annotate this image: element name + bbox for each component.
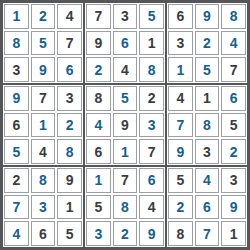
cell-r2c3[interactable]: 7 (57, 31, 82, 56)
box-9: 543269871 (167, 167, 247, 247)
cell-r3c9[interactable]: 7 (221, 57, 246, 82)
cell-r9c5[interactable]: 2 (113, 221, 138, 246)
cell-r4c7[interactable]: 4 (168, 86, 193, 111)
cell-r9c1[interactable]: 4 (4, 221, 29, 246)
cell-r2c9[interactable]: 4 (221, 31, 246, 56)
cell-r1c1[interactable]: 1 (4, 4, 29, 29)
cell-r7c9[interactable]: 3 (221, 168, 246, 193)
cell-r8c3[interactable]: 1 (57, 195, 82, 220)
cell-r7c1[interactable]: 2 (4, 168, 29, 193)
cell-r1c2[interactable]: 2 (31, 4, 56, 29)
cell-r2c6[interactable]: 1 (139, 31, 164, 56)
cell-r7c6[interactable]: 6 (139, 168, 164, 193)
cell-r5c6[interactable]: 3 (139, 113, 164, 138)
cell-r3c3[interactable]: 6 (57, 57, 82, 82)
cell-r1c4[interactable]: 7 (86, 4, 111, 29)
cell-r6c4[interactable]: 6 (86, 139, 111, 164)
cell-r8c1[interactable]: 7 (4, 195, 29, 220)
cell-r5c3[interactable]: 2 (57, 113, 82, 138)
cell-r3c8[interactable]: 5 (195, 57, 220, 82)
cell-r8c4[interactable]: 5 (86, 195, 111, 220)
cell-r3c2[interactable]: 9 (31, 57, 56, 82)
cell-r6c9[interactable]: 2 (221, 139, 246, 164)
cell-r8c8[interactable]: 6 (195, 195, 220, 220)
cell-r9c4[interactable]: 3 (86, 221, 111, 246)
cell-r2c4[interactable]: 9 (86, 31, 111, 56)
cell-r7c8[interactable]: 4 (195, 168, 220, 193)
cell-r2c8[interactable]: 2 (195, 31, 220, 56)
cell-r3c4[interactable]: 2 (86, 57, 111, 82)
box-7: 289731465 (3, 167, 83, 247)
cell-r4c2[interactable]: 7 (31, 86, 56, 111)
cell-r9c2[interactable]: 6 (31, 221, 56, 246)
cell-r5c9[interactable]: 5 (221, 113, 246, 138)
sudoku-board: 1248573967359612486983241579736125488524… (0, 0, 250, 250)
cell-r7c5[interactable]: 7 (113, 168, 138, 193)
box-4: 973612548 (3, 85, 83, 165)
cell-r6c3[interactable]: 8 (57, 139, 82, 164)
cell-r2c5[interactable]: 6 (113, 31, 138, 56)
cell-r5c4[interactable]: 4 (86, 113, 111, 138)
cell-r6c8[interactable]: 3 (195, 139, 220, 164)
cell-r6c6[interactable]: 7 (139, 139, 164, 164)
cell-r3c1[interactable]: 3 (4, 57, 29, 82)
cell-r7c2[interactable]: 8 (31, 168, 56, 193)
cell-r1c5[interactable]: 3 (113, 4, 138, 29)
cell-r6c1[interactable]: 5 (4, 139, 29, 164)
cell-r1c6[interactable]: 5 (139, 4, 164, 29)
cell-r5c1[interactable]: 6 (4, 113, 29, 138)
cell-r4c1[interactable]: 9 (4, 86, 29, 111)
cell-r8c5[interactable]: 8 (113, 195, 138, 220)
cell-r1c9[interactable]: 8 (221, 4, 246, 29)
cell-r6c7[interactable]: 9 (168, 139, 193, 164)
cell-r1c8[interactable]: 9 (195, 4, 220, 29)
cell-r5c7[interactable]: 7 (168, 113, 193, 138)
cell-r8c9[interactable]: 9 (221, 195, 246, 220)
cell-r6c2[interactable]: 4 (31, 139, 56, 164)
box-2: 735961248 (85, 3, 165, 83)
box-1: 124857396 (3, 3, 83, 83)
cell-r2c7[interactable]: 3 (168, 31, 193, 56)
cell-r1c7[interactable]: 6 (168, 4, 193, 29)
cell-r4c3[interactable]: 3 (57, 86, 82, 111)
cell-r3c5[interactable]: 4 (113, 57, 138, 82)
cell-r5c5[interactable]: 9 (113, 113, 138, 138)
box-8: 176584329 (85, 167, 165, 247)
cell-r4c5[interactable]: 5 (113, 86, 138, 111)
cell-r1c3[interactable]: 4 (57, 4, 82, 29)
cell-r7c4[interactable]: 1 (86, 168, 111, 193)
cell-r6c5[interactable]: 1 (113, 139, 138, 164)
cell-r9c3[interactable]: 5 (57, 221, 82, 246)
cell-r7c7[interactable]: 5 (168, 168, 193, 193)
cell-r9c7[interactable]: 8 (168, 221, 193, 246)
cell-r5c8[interactable]: 8 (195, 113, 220, 138)
cell-r4c4[interactable]: 8 (86, 86, 111, 111)
cell-r5c2[interactable]: 1 (31, 113, 56, 138)
cell-r9c8[interactable]: 7 (195, 221, 220, 246)
cell-r8c7[interactable]: 2 (168, 195, 193, 220)
cell-r4c9[interactable]: 6 (221, 86, 246, 111)
cell-r3c6[interactable]: 8 (139, 57, 164, 82)
cell-r2c1[interactable]: 8 (4, 31, 29, 56)
cell-r4c8[interactable]: 1 (195, 86, 220, 111)
cell-r9c6[interactable]: 9 (139, 221, 164, 246)
cell-r2c2[interactable]: 5 (31, 31, 56, 56)
cell-r4c6[interactable]: 2 (139, 86, 164, 111)
cell-r7c3[interactable]: 9 (57, 168, 82, 193)
box-5: 852493617 (85, 85, 165, 165)
cell-r9c9[interactable]: 1 (221, 221, 246, 246)
box-3: 698324157 (167, 3, 247, 83)
box-6: 416785932 (167, 85, 247, 165)
cell-r8c6[interactable]: 4 (139, 195, 164, 220)
cell-r3c7[interactable]: 1 (168, 57, 193, 82)
cell-r8c2[interactable]: 3 (31, 195, 56, 220)
